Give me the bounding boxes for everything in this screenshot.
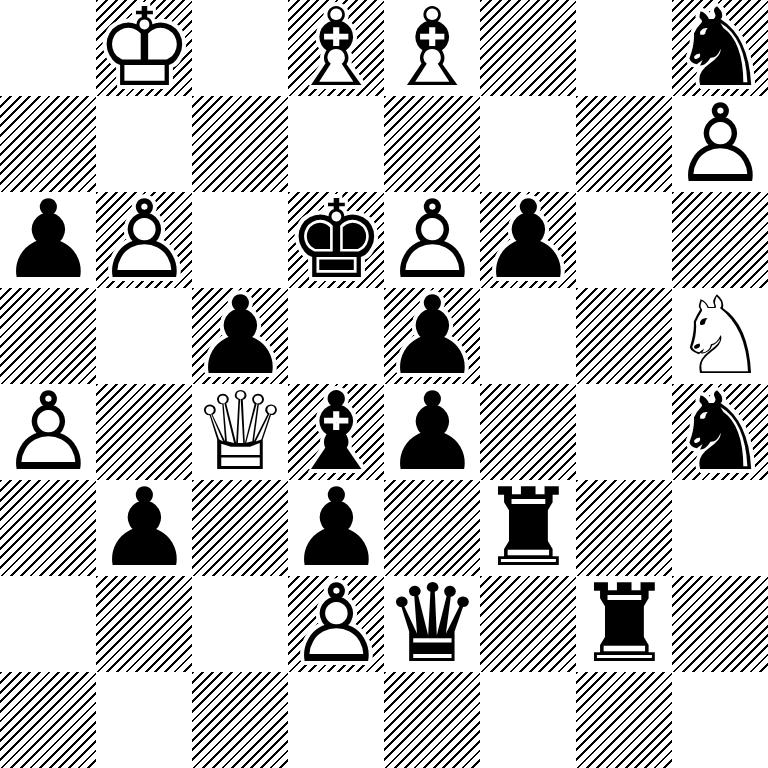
square-e1[interactable] [384, 672, 480, 768]
piece-black-rook: ♜♜ [480, 480, 576, 576]
square-a8[interactable] [0, 0, 96, 96]
square-g1[interactable] [576, 672, 672, 768]
square-e3[interactable] [384, 480, 480, 576]
square-b7[interactable] [96, 96, 192, 192]
square-e8[interactable]: ♝♗ [384, 0, 480, 96]
piece-white-knight: ♞♘ [672, 288, 768, 384]
black-pawn-glyph: ♟ [288, 480, 385, 576]
square-a3[interactable] [0, 480, 96, 576]
black-pawn-glyph: ♟ [480, 192, 577, 288]
black-knight-glyph: ♞ [672, 0, 768, 96]
square-h2[interactable] [672, 576, 768, 672]
piece-halo: ♜ [480, 480, 577, 576]
square-f2[interactable] [480, 576, 576, 672]
piece-black-pawn: ♟♟ [384, 288, 480, 384]
square-c2[interactable] [192, 576, 288, 672]
black-rook-glyph: ♜ [576, 576, 673, 672]
piece-halo: ♟ [192, 288, 289, 384]
square-h7[interactable]: ♟♙ [672, 96, 768, 192]
square-b1[interactable] [96, 672, 192, 768]
square-h5[interactable]: ♞♘ [672, 288, 768, 384]
square-g3[interactable] [576, 480, 672, 576]
piece-black-queen: ♛♛ [384, 576, 480, 672]
black-pawn-glyph: ♟ [0, 192, 97, 288]
piece-halo: ♞ [672, 0, 768, 96]
piece-black-knight: ♞♞ [672, 384, 768, 480]
black-pawn-glyph: ♟ [96, 480, 193, 576]
piece-halo: ♝ [288, 384, 385, 480]
piece-black-king: ♚♚ [288, 192, 384, 288]
piece-halo: ♟ [288, 480, 385, 576]
piece-halo: ♟ [288, 576, 385, 672]
piece-halo: ♞ [672, 288, 768, 384]
square-a6[interactable]: ♟♟ [0, 192, 96, 288]
square-c4[interactable]: ♛♕ [192, 384, 288, 480]
white-pawn-glyph: ♙ [288, 576, 385, 672]
piece-halo: ♟ [0, 384, 97, 480]
square-e7[interactable] [384, 96, 480, 192]
square-f8[interactable] [480, 0, 576, 96]
chess-board: ♚♔♝♗♝♗♞♞♟♙♟♟♟♙♚♚♟♙♟♟♟♟♟♟♞♘♟♙♛♕♝♝♟♟♞♞♟♟♟♟… [0, 0, 768, 768]
piece-halo: ♟ [96, 480, 193, 576]
piece-black-rook: ♜♜ [576, 576, 672, 672]
piece-halo: ♟ [0, 192, 97, 288]
black-knight-glyph: ♞ [672, 384, 768, 480]
square-f3[interactable]: ♜♜ [480, 480, 576, 576]
square-c3[interactable] [192, 480, 288, 576]
square-h4[interactable]: ♞♞ [672, 384, 768, 480]
white-pawn-glyph: ♙ [672, 96, 768, 192]
square-b8[interactable]: ♚♔ [96, 0, 192, 96]
piece-black-bishop: ♝♝ [288, 384, 384, 480]
square-d3[interactable]: ♟♟ [288, 480, 384, 576]
square-b6[interactable]: ♟♙ [96, 192, 192, 288]
piece-black-pawn: ♟♟ [384, 384, 480, 480]
square-e6[interactable]: ♟♙ [384, 192, 480, 288]
piece-halo: ♛ [384, 576, 481, 672]
black-pawn-glyph: ♟ [192, 288, 289, 384]
square-d4[interactable]: ♝♝ [288, 384, 384, 480]
piece-white-queen: ♛♕ [192, 384, 288, 480]
white-pawn-glyph: ♙ [0, 384, 97, 480]
square-a1[interactable] [0, 672, 96, 768]
piece-halo: ♟ [480, 192, 577, 288]
white-bishop-glyph: ♗ [384, 0, 481, 96]
square-f7[interactable] [480, 96, 576, 192]
white-queen-glyph: ♕ [192, 384, 289, 480]
square-d7[interactable] [288, 96, 384, 192]
white-king-glyph: ♔ [96, 0, 193, 96]
square-g7[interactable] [576, 96, 672, 192]
square-c5[interactable]: ♟♟ [192, 288, 288, 384]
piece-halo: ♟ [384, 384, 481, 480]
square-f6[interactable]: ♟♟ [480, 192, 576, 288]
black-queen-glyph: ♛ [384, 576, 481, 672]
white-bishop-glyph: ♗ [288, 0, 385, 96]
square-d6[interactable]: ♚♚ [288, 192, 384, 288]
square-a5[interactable] [0, 288, 96, 384]
piece-white-pawn: ♟♙ [672, 96, 768, 192]
square-c7[interactable] [192, 96, 288, 192]
piece-halo: ♝ [288, 0, 385, 96]
piece-white-pawn: ♟♙ [0, 384, 96, 480]
square-d1[interactable] [288, 672, 384, 768]
square-c8[interactable] [192, 0, 288, 96]
piece-black-pawn: ♟♟ [288, 480, 384, 576]
piece-white-pawn: ♟♙ [288, 576, 384, 672]
square-d8[interactable]: ♝♗ [288, 0, 384, 96]
piece-black-pawn: ♟♟ [480, 192, 576, 288]
square-b5[interactable] [96, 288, 192, 384]
square-a2[interactable] [0, 576, 96, 672]
piece-white-pawn: ♟♙ [384, 192, 480, 288]
black-pawn-glyph: ♟ [384, 384, 481, 480]
piece-halo: ♛ [192, 384, 289, 480]
square-h6[interactable] [672, 192, 768, 288]
piece-halo: ♚ [96, 0, 193, 96]
piece-black-pawn: ♟♟ [192, 288, 288, 384]
piece-black-pawn: ♟♟ [0, 192, 96, 288]
white-pawn-glyph: ♙ [96, 192, 193, 288]
square-h3[interactable] [672, 480, 768, 576]
piece-white-bishop: ♝♗ [288, 0, 384, 96]
square-g5[interactable] [576, 288, 672, 384]
black-king-glyph: ♚ [288, 192, 385, 288]
square-e5[interactable]: ♟♟ [384, 288, 480, 384]
square-e4[interactable]: ♟♟ [384, 384, 480, 480]
square-g2[interactable]: ♜♜ [576, 576, 672, 672]
square-g6[interactable] [576, 192, 672, 288]
square-h1[interactable] [672, 672, 768, 768]
white-knight-glyph: ♘ [672, 288, 768, 384]
square-b2[interactable] [96, 576, 192, 672]
square-b4[interactable] [96, 384, 192, 480]
square-c1[interactable] [192, 672, 288, 768]
square-h8[interactable]: ♞♞ [672, 0, 768, 96]
black-pawn-glyph: ♟ [384, 288, 481, 384]
square-a4[interactable]: ♟♙ [0, 384, 96, 480]
piece-black-knight: ♞♞ [672, 0, 768, 96]
piece-white-pawn: ♟♙ [96, 192, 192, 288]
square-c6[interactable] [192, 192, 288, 288]
square-a7[interactable] [0, 96, 96, 192]
piece-halo: ♞ [672, 384, 768, 480]
square-g4[interactable] [576, 384, 672, 480]
square-f1[interactable] [480, 672, 576, 768]
piece-halo: ♟ [384, 288, 481, 384]
square-d2[interactable]: ♟♙ [288, 576, 384, 672]
black-bishop-glyph: ♝ [288, 384, 385, 480]
square-g8[interactable] [576, 0, 672, 96]
piece-halo: ♜ [576, 576, 673, 672]
piece-white-king: ♚♔ [96, 0, 192, 96]
square-e2[interactable]: ♛♛ [384, 576, 480, 672]
piece-black-pawn: ♟♟ [96, 480, 192, 576]
piece-halo: ♝ [384, 0, 481, 96]
square-f4[interactable] [480, 384, 576, 480]
black-rook-glyph: ♜ [480, 480, 577, 576]
square-f5[interactable] [480, 288, 576, 384]
piece-halo: ♟ [672, 96, 768, 192]
piece-halo: ♟ [384, 192, 481, 288]
piece-halo: ♟ [96, 192, 193, 288]
piece-white-bishop: ♝♗ [384, 0, 480, 96]
square-b3[interactable]: ♟♟ [96, 480, 192, 576]
white-pawn-glyph: ♙ [384, 192, 481, 288]
square-d5[interactable] [288, 288, 384, 384]
piece-halo: ♚ [288, 192, 385, 288]
